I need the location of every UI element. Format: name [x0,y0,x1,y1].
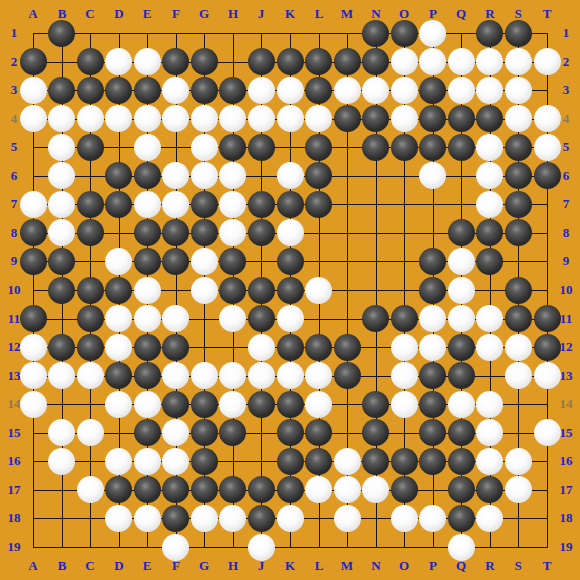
black-stone-K17 [277,476,304,503]
black-stone-T11 [534,305,561,332]
black-stone-R4 [476,105,503,132]
black-stone-H10 [219,277,246,304]
white-stone-H13 [219,362,246,389]
white-stone-M16 [334,448,361,475]
column-label-top-N: N [362,7,390,21]
white-stone-T15 [534,419,561,446]
black-stone-J10 [248,277,275,304]
white-stone-H18 [219,505,246,532]
white-stone-S12 [505,334,532,361]
white-stone-B13 [48,362,75,389]
black-stone-Q16 [448,448,475,475]
black-stone-N16 [362,448,389,475]
white-stone-R16 [476,448,503,475]
black-stone-G16 [191,448,218,475]
white-stone-K4 [277,105,304,132]
black-stone-R17 [476,476,503,503]
white-stone-C17 [77,476,104,503]
white-stone-S3 [505,77,532,104]
white-stone-T5 [534,134,561,161]
black-stone-D7 [105,191,132,218]
row-label-right-10: 10 [552,283,580,297]
white-stone-F7 [162,191,189,218]
black-stone-C3 [77,77,104,104]
black-stone-D13 [105,362,132,389]
black-stone-C7 [77,191,104,218]
black-stone-L16 [305,448,332,475]
black-stone-O17 [391,476,418,503]
white-stone-R12 [476,334,503,361]
white-stone-H8 [219,219,246,246]
white-stone-L13 [305,362,332,389]
white-stone-R7 [476,191,503,218]
white-stone-O2 [391,48,418,75]
black-stone-B3 [48,77,75,104]
white-stone-F6 [162,162,189,189]
row-label-left-10: 10 [0,283,28,297]
black-stone-N5 [362,134,389,161]
white-stone-A4 [20,105,47,132]
black-stone-S8 [505,219,532,246]
white-stone-L4 [305,105,332,132]
black-stone-E9 [134,248,161,275]
column-label-top-E: E [133,7,161,21]
black-stone-A8 [20,219,47,246]
row-label-right-14: 14 [552,397,580,411]
black-stone-J5 [248,134,275,161]
row-label-left-18: 18 [0,511,28,525]
white-stone-B5 [48,134,75,161]
row-label-left-15: 15 [0,426,28,440]
white-stone-O18 [391,505,418,532]
black-stone-H9 [219,248,246,275]
white-stone-E2 [134,48,161,75]
white-stone-J19 [248,534,275,561]
white-stone-S13 [505,362,532,389]
white-stone-O3 [391,77,418,104]
column-label-top-A: A [19,7,47,21]
row-label-right-17: 17 [552,483,580,497]
black-stone-J17 [248,476,275,503]
black-stone-G2 [191,48,218,75]
white-stone-B8 [48,219,75,246]
black-stone-K15 [277,419,304,446]
column-label-bottom-Q: Q [447,559,475,573]
white-stone-S16 [505,448,532,475]
black-stone-A11 [20,305,47,332]
white-stone-F4 [162,105,189,132]
white-stone-D9 [105,248,132,275]
white-stone-H11 [219,305,246,332]
black-stone-C5 [77,134,104,161]
white-stone-R11 [476,305,503,332]
column-label-top-C: C [76,7,104,21]
white-stone-H4 [219,105,246,132]
black-stone-S10 [505,277,532,304]
row-label-left-5: 5 [0,140,28,154]
black-stone-M2 [334,48,361,75]
black-stone-H3 [219,77,246,104]
white-stone-P6 [419,162,446,189]
black-stone-A9 [20,248,47,275]
white-stone-M18 [334,505,361,532]
black-stone-F9 [162,248,189,275]
white-stone-C4 [77,105,104,132]
black-stone-C8 [77,219,104,246]
white-stone-Q19 [448,534,475,561]
white-stone-A3 [20,77,47,104]
white-stone-N17 [362,476,389,503]
white-stone-H14 [219,391,246,418]
column-label-top-P: P [419,7,447,21]
column-label-bottom-P: P [419,559,447,573]
black-stone-T6 [534,162,561,189]
row-label-right-1: 1 [552,26,580,40]
white-stone-E18 [134,505,161,532]
black-stone-C11 [77,305,104,332]
black-stone-Q4 [448,105,475,132]
white-stone-F19 [162,534,189,561]
black-stone-P14 [419,391,446,418]
column-label-bottom-N: N [362,559,390,573]
white-stone-N3 [362,77,389,104]
column-label-bottom-J: J [247,559,275,573]
row-label-left-6: 6 [0,169,28,183]
white-stone-E10 [134,277,161,304]
black-stone-Q15 [448,419,475,446]
white-stone-R6 [476,162,503,189]
column-label-bottom-H: H [219,559,247,573]
black-stone-E17 [134,476,161,503]
column-label-top-J: J [247,7,275,21]
black-stone-P10 [419,277,446,304]
white-stone-R5 [476,134,503,161]
column-label-top-D: D [105,7,133,21]
black-stone-H15 [219,419,246,446]
black-stone-L2 [305,48,332,75]
black-stone-K12 [277,334,304,361]
column-label-top-K: K [276,7,304,21]
black-stone-G17 [191,476,218,503]
column-label-top-S: S [504,7,532,21]
row-label-right-9: 9 [552,254,580,268]
black-stone-J18 [248,505,275,532]
white-stone-E4 [134,105,161,132]
column-label-bottom-O: O [390,559,418,573]
white-stone-F3 [162,77,189,104]
black-stone-F17 [162,476,189,503]
white-stone-H7 [219,191,246,218]
black-stone-J2 [248,48,275,75]
white-stone-Q14 [448,391,475,418]
white-stone-T13 [534,362,561,389]
white-stone-P2 [419,48,446,75]
column-label-top-T: T [533,7,561,21]
column-label-bottom-T: T [533,559,561,573]
black-stone-J11 [248,305,275,332]
black-stone-L3 [305,77,332,104]
black-stone-E3 [134,77,161,104]
black-stone-L7 [305,191,332,218]
column-label-bottom-G: G [190,559,218,573]
white-stone-A13 [20,362,47,389]
black-stone-F2 [162,48,189,75]
column-label-bottom-C: C [76,559,104,573]
black-stone-B9 [48,248,75,275]
white-stone-D2 [105,48,132,75]
white-stone-S4 [505,105,532,132]
black-stone-O11 [391,305,418,332]
black-stone-O16 [391,448,418,475]
white-stone-G4 [191,105,218,132]
white-stone-J12 [248,334,275,361]
white-stone-D16 [105,448,132,475]
black-stone-E13 [134,362,161,389]
white-stone-B7 [48,191,75,218]
black-stone-P15 [419,419,446,446]
white-stone-G5 [191,134,218,161]
white-stone-P11 [419,305,446,332]
black-stone-K16 [277,448,304,475]
white-stone-J4 [248,105,275,132]
white-stone-Q11 [448,305,475,332]
white-stone-E5 [134,134,161,161]
black-stone-N15 [362,419,389,446]
black-stone-Q12 [448,334,475,361]
white-stone-D11 [105,305,132,332]
column-label-top-L: L [305,7,333,21]
column-label-top-H: H [219,7,247,21]
white-stone-O14 [391,391,418,418]
white-stone-R3 [476,77,503,104]
white-stone-F16 [162,448,189,475]
row-label-right-8: 8 [552,226,580,240]
black-stone-G8 [191,219,218,246]
black-stone-J14 [248,391,275,418]
column-label-bottom-E: E [133,559,161,573]
black-stone-K9 [277,248,304,275]
white-stone-S17 [505,476,532,503]
black-stone-P16 [419,448,446,475]
black-stone-N11 [362,305,389,332]
white-stone-B16 [48,448,75,475]
white-stone-T4 [534,105,561,132]
row-label-right-19: 19 [552,540,580,554]
column-label-top-O: O [390,7,418,21]
white-stone-F11 [162,305,189,332]
black-stone-K10 [277,277,304,304]
black-stone-P3 [419,77,446,104]
black-stone-Q18 [448,505,475,532]
column-label-top-Q: Q [447,7,475,21]
white-stone-K6 [277,162,304,189]
white-stone-E7 [134,191,161,218]
white-stone-Q9 [448,248,475,275]
black-stone-K7 [277,191,304,218]
column-label-bottom-D: D [105,559,133,573]
black-stone-J7 [248,191,275,218]
white-stone-D4 [105,105,132,132]
white-stone-T2 [534,48,561,75]
row-label-right-3: 3 [552,83,580,97]
black-stone-Q8 [448,219,475,246]
black-stone-D6 [105,162,132,189]
row-label-left-19: 19 [0,540,28,554]
row-label-left-16: 16 [0,454,28,468]
white-stone-S2 [505,48,532,75]
black-stone-A2 [20,48,47,75]
column-label-bottom-S: S [504,559,532,573]
white-stone-C13 [77,362,104,389]
column-label-bottom-L: L [305,559,333,573]
white-stone-R18 [476,505,503,532]
black-stone-S6 [505,162,532,189]
white-stone-K18 [277,505,304,532]
black-stone-Q13 [448,362,475,389]
black-stone-F8 [162,219,189,246]
white-stone-L10 [305,277,332,304]
black-stone-F18 [162,505,189,532]
black-stone-G3 [191,77,218,104]
black-stone-Q17 [448,476,475,503]
white-stone-H6 [219,162,246,189]
black-stone-B10 [48,277,75,304]
white-stone-G13 [191,362,218,389]
black-stone-F12 [162,334,189,361]
white-stone-A12 [20,334,47,361]
white-stone-D12 [105,334,132,361]
black-stone-M13 [334,362,361,389]
black-stone-E8 [134,219,161,246]
white-stone-K3 [277,77,304,104]
go-board[interactable]: AABBCCDDEEFFGGHHJJKKLLMMNNOOPPQQRRSSTT11… [0,0,580,580]
white-stone-B6 [48,162,75,189]
black-stone-K14 [277,391,304,418]
black-stone-C2 [77,48,104,75]
black-stone-N1 [362,20,389,47]
white-stone-M17 [334,476,361,503]
row-label-right-7: 7 [552,197,580,211]
white-stone-Q3 [448,77,475,104]
black-stone-M4 [334,105,361,132]
black-stone-L15 [305,419,332,446]
white-stone-P12 [419,334,446,361]
white-stone-O4 [391,105,418,132]
black-stone-C12 [77,334,104,361]
white-stone-G6 [191,162,218,189]
white-stone-P1 [419,20,446,47]
white-stone-A14 [20,391,47,418]
black-stone-B1 [48,20,75,47]
white-stone-D18 [105,505,132,532]
black-stone-D17 [105,476,132,503]
black-stone-R8 [476,219,503,246]
black-stone-K2 [277,48,304,75]
black-stone-O1 [391,20,418,47]
black-stone-P13 [419,362,446,389]
column-label-top-F: F [162,7,190,21]
white-stone-J3 [248,77,275,104]
black-stone-F14 [162,391,189,418]
row-label-right-18: 18 [552,511,580,525]
white-stone-Q2 [448,48,475,75]
white-stone-E16 [134,448,161,475]
black-stone-T12 [534,334,561,361]
white-stone-L14 [305,391,332,418]
white-stone-A7 [20,191,47,218]
white-stone-C15 [77,419,104,446]
black-stone-N14 [362,391,389,418]
black-stone-R1 [476,20,503,47]
white-stone-K11 [277,305,304,332]
black-stone-L5 [305,134,332,161]
black-stone-N4 [362,105,389,132]
white-stone-J13 [248,362,275,389]
black-stone-Q5 [448,134,475,161]
column-label-bottom-A: A [19,559,47,573]
white-stone-B4 [48,105,75,132]
white-stone-G18 [191,505,218,532]
black-stone-J8 [248,219,275,246]
column-label-bottom-M: M [333,559,361,573]
black-stone-P4 [419,105,446,132]
black-stone-D10 [105,277,132,304]
black-stone-P5 [419,134,446,161]
white-stone-R15 [476,419,503,446]
column-label-bottom-R: R [476,559,504,573]
black-stone-D3 [105,77,132,104]
white-stone-K8 [277,219,304,246]
black-stone-G15 [191,419,218,446]
black-stone-N2 [362,48,389,75]
black-stone-H17 [219,476,246,503]
row-label-right-16: 16 [552,454,580,468]
white-stone-E14 [134,391,161,418]
black-stone-E12 [134,334,161,361]
black-stone-G14 [191,391,218,418]
black-stone-S7 [505,191,532,218]
black-stone-L12 [305,334,332,361]
white-stone-G9 [191,248,218,275]
black-stone-S5 [505,134,532,161]
white-stone-P18 [419,505,446,532]
white-stone-R14 [476,391,503,418]
black-stone-M12 [334,334,361,361]
white-stone-L17 [305,476,332,503]
white-stone-O13 [391,362,418,389]
column-label-top-M: M [333,7,361,21]
column-label-bottom-F: F [162,559,190,573]
white-stone-F15 [162,419,189,446]
black-stone-O5 [391,134,418,161]
black-stone-G7 [191,191,218,218]
column-label-top-B: B [48,7,76,21]
black-stone-S1 [505,20,532,47]
white-stone-K13 [277,362,304,389]
white-stone-D14 [105,391,132,418]
black-stone-E15 [134,419,161,446]
white-stone-B15 [48,419,75,446]
black-stone-B12 [48,334,75,361]
white-stone-Q10 [448,277,475,304]
column-label-bottom-K: K [276,559,304,573]
black-stone-E6 [134,162,161,189]
white-stone-M3 [334,77,361,104]
white-stone-F13 [162,362,189,389]
white-stone-E11 [134,305,161,332]
black-stone-C10 [77,277,104,304]
white-stone-G10 [191,277,218,304]
